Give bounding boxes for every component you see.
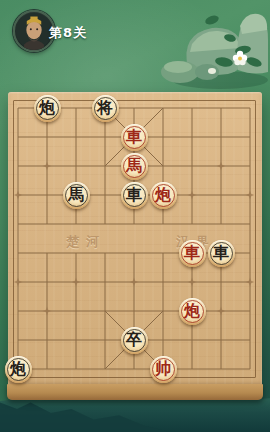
piece-red-炮[interactable]: 炮 [179, 298, 206, 325]
piece-black-炮[interactable]: 炮 [34, 95, 61, 122]
board-grid: 炮将車馬馬車炮車車炮卒炮帅 [4, 94, 265, 384]
piece-black-車[interactable]: 車 [121, 182, 148, 209]
piece-red-車[interactable]: 車 [121, 124, 148, 151]
piece-black-将[interactable]: 将 [92, 95, 119, 122]
level-label: 第8关 [49, 24, 87, 42]
piece-red-車[interactable]: 車 [179, 240, 206, 267]
piece-black-卒[interactable]: 卒 [121, 327, 148, 354]
rocks-decoration [150, 0, 270, 90]
piece-red-帅[interactable]: 帅 [150, 356, 177, 383]
pebble [208, 68, 216, 74]
piece-black-炮[interactable]: 炮 [5, 356, 32, 383]
board-edge [7, 384, 263, 400]
piece-black-馬[interactable]: 馬 [63, 182, 90, 209]
piece-red-馬[interactable]: 馬 [121, 153, 148, 180]
game-screen: 第8关 [0, 0, 270, 432]
piece-red-炮[interactable]: 炮 [150, 182, 177, 209]
piece-black-車[interactable]: 車 [208, 240, 235, 267]
